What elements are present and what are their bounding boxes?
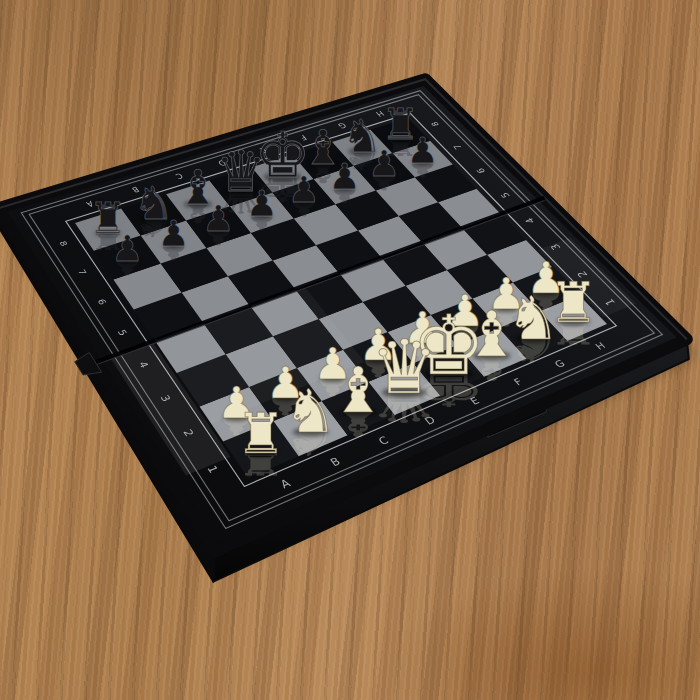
piece-glyph: ♟ bbox=[407, 130, 439, 171]
piece-glyph: ♝ bbox=[330, 354, 386, 427]
piece-white-knight-b1: ♞♞ bbox=[284, 376, 338, 463]
piece-glyph: ♟ bbox=[202, 198, 234, 239]
piece-black-pawn-a7: ♟♟ bbox=[111, 228, 143, 279]
piece-black-pawn-e7: ♟♟ bbox=[288, 169, 320, 220]
piece-black-pawn-b7: ♟♟ bbox=[158, 213, 190, 264]
piece-glyph: ♟ bbox=[368, 143, 400, 184]
piece-glyph: ♟ bbox=[288, 169, 320, 210]
piece-glyph: ♟ bbox=[246, 183, 278, 224]
piece-black-pawn-f7: ♟♟ bbox=[329, 156, 361, 207]
piece-black-pawn-h7: ♟♟ bbox=[407, 130, 439, 181]
chess-board-photo: ABCDEFGHABCDEFGH1234567812345678♜♜♞♞♟♟♝♝… bbox=[0, 0, 700, 700]
piece-glyph: ♜ bbox=[236, 401, 286, 466]
piece-glyph: ♟ bbox=[329, 156, 361, 197]
piece-black-pawn-g7: ♟♟ bbox=[368, 143, 400, 194]
piece-glyph: ♞ bbox=[284, 376, 338, 446]
piece-white-rook-a1: ♜♜ bbox=[236, 401, 286, 482]
piece-black-pawn-c7: ♟♟ bbox=[202, 198, 234, 249]
piece-white-bishop-c1: ♝♝ bbox=[330, 354, 386, 444]
piece-glyph: ♟ bbox=[158, 213, 190, 254]
product-photo: ABCDEFGHABCDEFGH1234567812345678♜♜♞♞♟♟♝♝… bbox=[0, 0, 700, 700]
piece-black-pawn-d7: ♟♟ bbox=[246, 183, 278, 234]
piece-glyph: ♟ bbox=[111, 228, 143, 269]
